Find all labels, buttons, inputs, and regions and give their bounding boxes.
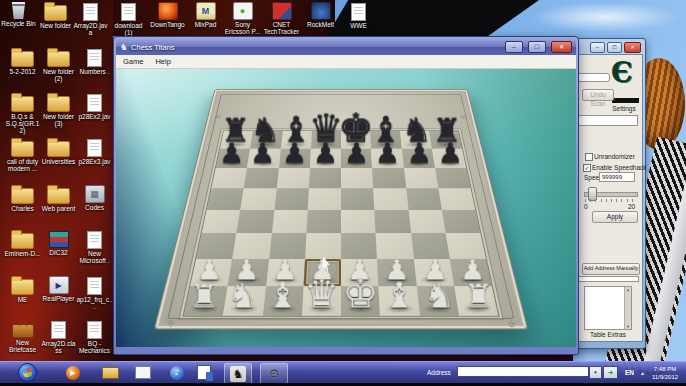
mixpad-icon: M	[196, 2, 216, 20]
taskbar-media-player-button[interactable]: ▶	[60, 363, 86, 382]
desktop-icon-realplayer[interactable]: ▶RealPlayer	[40, 276, 77, 302]
square-b2[interactable]: ♟	[228, 259, 269, 286]
white-rook: ♜	[189, 280, 219, 313]
desktop-icon-new-folder-3[interactable]: New folder (3)	[40, 93, 77, 127]
address-input[interactable]	[457, 366, 589, 377]
folder-icon	[11, 233, 34, 249]
taskbar-explorer-button[interactable]	[97, 363, 123, 382]
square-g6[interactable]	[404, 168, 439, 188]
doc-icon	[87, 277, 102, 295]
desktop-icon-wwe[interactable]: WWE	[340, 2, 377, 29]
square-f8[interactable]: ♝	[370, 131, 401, 149]
tray-expand-icon[interactable]: ▲	[640, 370, 645, 376]
piece-shadow	[314, 142, 337, 147]
desktop-icon-label: Codes	[76, 204, 113, 211]
documents-icon	[197, 365, 211, 380]
chess-titans-window: ♞ Chess Titans ─ ☐ ✕ Game Help » « » « ♜…	[113, 36, 579, 355]
doc-icon	[83, 3, 98, 21]
square-h7[interactable]: ♟	[432, 149, 466, 168]
piece-shadow	[406, 161, 430, 167]
piece-shadow	[384, 304, 414, 313]
taskbar-documents-button[interactable]	[191, 363, 217, 382]
square-b6[interactable]	[244, 168, 279, 188]
square-e8[interactable]: ♚	[341, 131, 371, 149]
start-icon	[18, 363, 37, 382]
desktop-icon-p28ex3-jav[interactable]: p28Ex3.jav	[76, 138, 113, 165]
desktop-icon-numbers[interactable]: Numbers .	[76, 48, 113, 75]
desktop-icon-label: p28Ex3.jav	[76, 158, 113, 165]
piece-shadow	[270, 276, 299, 284]
black-bishop: ♝	[280, 112, 311, 147]
chess-knight-icon: ♞	[120, 43, 128, 52]
desktop-icon-label: New Briefcase	[4, 339, 41, 353]
piece-shadow	[224, 142, 248, 147]
square-g1[interactable]: ♞	[416, 286, 458, 316]
books-icon	[49, 231, 69, 248]
piece-shadow	[345, 161, 369, 167]
piece-shadow	[189, 304, 220, 313]
desktop-icon-label: ap12_frq_c...	[76, 296, 113, 310]
doc-icon	[87, 94, 102, 112]
desktop-icon-label: Eminem-D...	[4, 250, 41, 257]
piece-shadow	[346, 304, 376, 313]
desktop-icon-downtango[interactable]: DownTango	[149, 2, 186, 28]
desktop-icon-label: New Microsoft .	[76, 250, 113, 264]
desktop-icon-array2d-class[interactable]: Array2D.class	[40, 320, 77, 354]
screen: PowerDVD 2007 Recycle BinNew folderArray…	[0, 0, 686, 386]
desktop-icon-me[interactable]: ME	[4, 276, 41, 303]
square-g2[interactable]: ♟	[413, 259, 454, 286]
chess-board: » « » « ♜♞♝♛♚♝♞♜♟♟♟♟♟♟♟♟♟♟♟♟♟♟♟♟♜♞♝♛♚♝♞♜	[154, 89, 529, 329]
sony-glyph: ●	[240, 6, 245, 16]
piece-shadow	[404, 142, 428, 147]
menu-game[interactable]: Game	[123, 57, 143, 66]
enable-speedhack-label: Enable Speedhack	[592, 164, 647, 171]
taskbar-start-button[interactable]	[14, 363, 40, 382]
enable-speedhack-checkbox[interactable]: ✓	[583, 164, 591, 172]
desktop-icon-label: Charles	[4, 205, 41, 212]
downtango-icon	[158, 2, 178, 20]
desktop-icon-label: CNET TechTracker	[263, 21, 300, 35]
square-a5[interactable]	[207, 188, 244, 210]
address-list-scrollbar[interactable]: ▲ ▼	[624, 287, 631, 329]
doc-icon	[121, 3, 136, 21]
square-e4[interactable]	[341, 210, 376, 233]
desktop-icon-label: RockMelt	[302, 21, 339, 28]
square-a4[interactable]	[202, 210, 241, 233]
folder-icon	[11, 141, 34, 157]
desktop-icon-label: New folder (2)	[40, 68, 77, 82]
clock-date: 11/9/2012	[646, 373, 684, 381]
square-g8[interactable]: ♞	[400, 131, 432, 149]
square-b4[interactable]	[237, 210, 274, 233]
folder-icon	[47, 96, 70, 112]
square-d1[interactable]: ♛	[302, 286, 341, 316]
menu-help[interactable]: Help	[155, 57, 170, 66]
desktop-icon-label: p28Ex2.jav	[76, 113, 113, 120]
black-rook: ♜	[432, 115, 461, 148]
cnet-icon	[272, 2, 292, 20]
square-b3[interactable]	[232, 233, 271, 258]
piece-shadow	[267, 304, 297, 313]
square-e5[interactable]	[341, 188, 375, 210]
sony-icon: ●	[233, 2, 253, 20]
square-d4[interactable]	[306, 210, 341, 233]
desktop-icon-label: Array2D.class	[40, 340, 77, 354]
square-f6[interactable]	[372, 168, 405, 188]
window-title: Chess Titans	[131, 43, 500, 52]
piece-shadow	[345, 276, 374, 284]
desktop-icon-recycle-bin[interactable]: Recycle Bin	[0, 2, 37, 27]
square-c6[interactable]	[276, 168, 309, 188]
desktop-icon-rockmelt[interactable]: RockMelt	[302, 2, 339, 28]
folder-icon	[47, 51, 70, 67]
desktop-icon-label: BQ - Mechanics	[76, 340, 113, 354]
piece-shadow	[220, 161, 245, 167]
square-h6[interactable]	[435, 168, 471, 188]
square-c3[interactable]	[269, 233, 307, 258]
taskbar-itunes-button[interactable]: ♪	[164, 363, 190, 382]
desktop-icon-label: WWE	[340, 22, 377, 29]
board-corner-ornament: »	[213, 113, 224, 121]
desktop-icon-label: 5-2-2012	[4, 68, 41, 75]
clock[interactable]: 7:48 PM 11/9/2012	[646, 365, 684, 381]
realplayer-glyph: ▶	[55, 281, 61, 290]
square-c2[interactable]: ♟	[266, 259, 305, 286]
square-e3[interactable]	[341, 233, 377, 258]
desktop-icon-new-folder[interactable]: New folder	[37, 2, 74, 29]
chess-titans-titlebar[interactable]: ♞ Chess Titans ─ ☐ ✕	[116, 39, 576, 55]
square-b1[interactable]: ♞	[223, 286, 265, 316]
piece-shadow	[254, 142, 278, 147]
square-f1[interactable]: ♝	[379, 286, 420, 316]
piece-shadow	[462, 304, 493, 313]
square-d5[interactable]	[307, 188, 341, 210]
piece-shadow	[233, 276, 263, 284]
square-d2[interactable]: ♟	[303, 259, 341, 286]
speed-slider-ticks	[585, 199, 637, 202]
desktop-icon-bq-mechanics[interactable]: BQ - Mechanics	[76, 320, 113, 354]
square-f3[interactable]	[376, 233, 414, 258]
speed-input[interactable]: 999999	[599, 172, 635, 182]
itunes-icon: ♪	[170, 366, 184, 380]
piece-shadow	[383, 276, 412, 284]
maximize-icon[interactable]: ☐	[528, 41, 546, 53]
square-e6[interactable]	[341, 168, 373, 188]
square-c1[interactable]: ♝	[262, 286, 303, 316]
doc-icon	[87, 231, 102, 249]
desktop-icon-b-q-s-s-q-s-gr-12[interactable]: B.Q.s & S.Q.s(GR.12)	[4, 93, 41, 134]
piece-shadow	[420, 276, 450, 284]
address-label: Address	[427, 369, 451, 376]
address-dropdown-icon[interactable]: ▼	[589, 366, 602, 379]
address-list[interactable]: ▲ ▼	[584, 286, 632, 330]
add-address-manually-button[interactable]: Add Address Manually	[582, 263, 640, 275]
desktop-icon-download-1[interactable]: download (1)	[110, 2, 147, 36]
codes-glyph: ▦	[90, 189, 99, 199]
piece-shadow	[314, 161, 338, 167]
desktop-icon-codes[interactable]: ▦Codes	[76, 185, 113, 211]
address-progress-strip	[574, 276, 639, 282]
square-d7[interactable]: ♟	[310, 149, 341, 168]
desktop-icon-label: MixPad	[187, 21, 224, 28]
desktop-icon-label: Sony Ericsson P...	[224, 21, 261, 35]
square-h5[interactable]	[438, 188, 475, 210]
cheat-engine-logo-icon: Є	[611, 57, 639, 97]
square-h4[interactable]	[442, 210, 481, 233]
taskbar-chess-titans-button[interactable]: ♞	[224, 363, 252, 384]
folder-icon	[11, 279, 34, 295]
desktop-icon-label: download (1)	[110, 22, 147, 36]
cheat-engine-icon: ⚙	[268, 366, 280, 381]
piece-shadow	[374, 142, 397, 147]
white-knight: ♞	[424, 279, 455, 313]
square-a2[interactable]: ♟	[190, 259, 232, 286]
apply-button[interactable]: Apply	[592, 211, 638, 223]
desktop-icon-label: New folder (3)	[40, 113, 77, 127]
square-h3[interactable]	[445, 233, 485, 258]
doc-icon	[87, 321, 102, 339]
taskbar: Address ▼ ➜ EN ▲ 7:48 PM 11/9/2012 ▶♪♞⚙	[0, 361, 686, 384]
square-d6[interactable]	[309, 168, 341, 188]
black-queen: ♛	[309, 109, 344, 148]
desktop-icon-cnet-techtracker[interactable]: CNET TechTracker	[263, 2, 300, 35]
piece-shadow	[251, 161, 275, 167]
square-b5[interactable]	[240, 188, 276, 210]
desktop-icon-label: DIC32	[40, 249, 77, 256]
square-d3[interactable]	[305, 233, 341, 258]
scroll-down-icon[interactable]: ▼	[626, 324, 630, 329]
black-bishop: ♝	[371, 112, 402, 147]
chess-titans-icon: ♞	[230, 366, 246, 382]
square-a3[interactable]	[196, 233, 236, 258]
square-c5[interactable]	[274, 188, 309, 210]
square-e7[interactable]: ♟	[341, 149, 372, 168]
square-e1[interactable]: ♚	[341, 286, 380, 316]
piece-shadow	[437, 161, 462, 167]
desktop-icon-mixpad[interactable]: MMixPad	[187, 2, 224, 28]
slider-min-label: 0	[584, 203, 588, 210]
folder-icon	[44, 5, 67, 21]
white-knight: ♞	[228, 279, 259, 313]
folder-icon	[11, 188, 34, 204]
piece-shadow	[282, 161, 306, 167]
unrandomizer-checkbox[interactable]	[585, 153, 593, 161]
doc-icon	[351, 3, 366, 21]
square-f7[interactable]: ♟	[371, 149, 403, 168]
media-player-icon: ▶	[66, 366, 80, 380]
square-c4[interactable]	[271, 210, 307, 233]
square-h2[interactable]: ♟	[450, 259, 492, 286]
square-a6[interactable]	[212, 168, 248, 188]
desktop-icon-eminem-d[interactable]: Eminem-D...	[4, 230, 41, 257]
clock-time: 7:48 PM	[646, 365, 684, 373]
desktop-icon-new-microsoft[interactable]: New Microsoft .	[76, 230, 113, 264]
board-corner-ornament: «	[503, 316, 520, 331]
piece-shadow	[423, 304, 454, 313]
desktop-icon-call-of-duty-modern[interactable]: call of duty modern ...	[4, 138, 41, 172]
square-g4[interactable]	[408, 210, 445, 233]
rockmelt-icon	[311, 2, 331, 20]
desktop-icon-label: Recycle Bin	[0, 20, 37, 27]
library-icon	[135, 366, 151, 379]
square-a8[interactable]: ♜	[220, 131, 253, 149]
desktop-icon-universities[interactable]: Universities	[40, 138, 77, 165]
cheat-engine-logo-band	[612, 98, 639, 103]
piece-shadow	[376, 161, 400, 167]
desktop-icon-label: Universities	[40, 158, 77, 165]
taskbar-library-button[interactable]	[130, 363, 156, 382]
desktop-icon-charles[interactable]: Charles	[4, 185, 41, 212]
piece-shadow	[345, 142, 368, 147]
white-rook: ♜	[463, 280, 493, 313]
undo-scan-button[interactable]: Undo Scan	[582, 89, 614, 101]
desktop-icon-new-briefcase[interactable]: New Briefcase	[4, 320, 41, 353]
scroll-up-icon[interactable]: ▲	[626, 287, 630, 292]
mixpad-glyph: M	[202, 6, 210, 16]
desktop-icon-dic32[interactable]: DIC32	[40, 230, 77, 256]
square-g7[interactable]: ♟	[401, 149, 434, 168]
table-extras-label[interactable]: Table Extras	[582, 331, 634, 338]
piece-shadow	[434, 142, 458, 147]
board-corner-ornament: «	[458, 113, 469, 121]
square-e2[interactable]: ♟	[341, 259, 379, 286]
square-a1[interactable]: ♜	[184, 286, 228, 316]
close-icon[interactable]: ✕	[624, 42, 641, 53]
black-knight: ♞	[401, 114, 431, 148]
doc-icon	[87, 139, 102, 157]
desktop-icon-label: New folder	[37, 22, 74, 29]
square-f2[interactable]: ♟	[377, 259, 416, 286]
black-knight: ♞	[250, 114, 280, 148]
square-f5[interactable]	[373, 188, 408, 210]
piece-shadow	[195, 276, 225, 284]
realplayer-icon: ▶	[49, 276, 69, 294]
doc-icon	[87, 49, 102, 67]
white-pawn: ♟	[310, 256, 335, 284]
desktop-icon-ap12-frq-c[interactable]: ap12_frq_c...	[76, 276, 113, 310]
doc-icon	[51, 321, 66, 339]
square-h1[interactable]: ♜	[454, 286, 498, 316]
explorer-icon	[102, 367, 119, 379]
taskbar-cheat-engine-button[interactable]: ⚙	[260, 363, 288, 384]
desktop-icon-label: B.Q.s & S.Q.s(GR.12)	[4, 113, 41, 134]
square-a7[interactable]: ♟	[216, 149, 250, 168]
briefcase-icon	[12, 324, 34, 338]
desktop-icon-label: Array2D.java	[72, 22, 109, 36]
square-c7[interactable]: ♟	[278, 149, 310, 168]
desktop-icon-label: ME	[4, 296, 41, 303]
minimize-icon[interactable]: ─	[505, 41, 523, 53]
piece-shadow	[284, 142, 307, 147]
close-icon[interactable]: ✕	[551, 41, 572, 53]
piece-shadow	[308, 276, 337, 284]
desktop-icon-label: Numbers .	[76, 68, 113, 75]
language-indicator[interactable]: EN	[625, 369, 634, 376]
desktop-icon-label: call of duty modern ...	[4, 158, 41, 172]
unrandomizer-label: Unrandomizer	[594, 153, 635, 160]
board-grid: ♜♞♝♛♚♝♞♜♟♟♟♟♟♟♟♟♟♟♟♟♟♟♟♟♜♞♝♛♚♝♞♜	[182, 130, 499, 316]
game-area: » « » « ♜♞♝♛♚♝♞♜♟♟♟♟♟♟♟♟♟♟♟♟♟♟♟♟♜♞♝♛♚♝♞♜	[116, 69, 576, 347]
square-b7[interactable]: ♟	[247, 149, 280, 168]
folder-icon	[11, 96, 34, 112]
folder-icon	[11, 51, 34, 67]
square-h8[interactable]: ♜	[429, 131, 462, 149]
piece-shadow	[307, 304, 337, 313]
desktop-icon-5-2-2012[interactable]: 5-2-2012	[4, 48, 41, 75]
square-c8[interactable]: ♝	[281, 131, 312, 149]
slider-max-label: 20	[628, 203, 635, 210]
square-f4[interactable]	[375, 210, 411, 233]
square-g3[interactable]	[411, 233, 450, 258]
piece-shadow	[457, 276, 487, 284]
desktop-icon-label: RealPlayer	[40, 295, 77, 302]
black-rook: ♜	[221, 115, 250, 148]
codes-icon: ▦	[85, 185, 105, 203]
menu-bar: Game Help	[116, 55, 576, 69]
folder-icon	[47, 188, 70, 204]
board-corner-ornament: »	[162, 316, 179, 331]
desktop-icon-array2d-java[interactable]: Array2D.java	[72, 2, 109, 36]
desktop-icon-sony-ericsson-p[interactable]: ●Sony Ericsson P...	[224, 2, 261, 35]
bin-icon	[11, 2, 26, 19]
maximize-icon[interactable]: ☐	[607, 42, 622, 53]
minimize-icon[interactable]: ─	[590, 42, 605, 53]
piece-shadow	[228, 304, 259, 313]
square-b8[interactable]: ♞	[250, 131, 282, 149]
square-d8[interactable]: ♛	[311, 131, 341, 149]
desktop-icon-web-parent[interactable]: Web parent	[40, 185, 77, 212]
desktop-icon-p28ex2-jav[interactable]: p28Ex2.jav	[76, 93, 113, 120]
desktop-icon-label: Web parent	[40, 205, 77, 212]
folder-icon	[47, 141, 70, 157]
settings-link[interactable]: Settings	[607, 105, 641, 112]
desktop-icon-new-folder-2[interactable]: New folder (2)	[40, 48, 77, 82]
desktop-icon-label: DownTango	[149, 21, 186, 28]
address-go-icon[interactable]: ➜	[603, 366, 618, 379]
square-g5[interactable]	[406, 188, 442, 210]
